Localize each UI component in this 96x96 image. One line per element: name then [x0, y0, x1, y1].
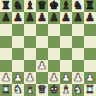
square-d5[interactable]	[36, 36, 48, 48]
square-g7[interactable]: ♟	[72, 12, 84, 24]
square-f7[interactable]: ♟	[60, 12, 72, 24]
white-rook-piece[interactable]: ♜	[84, 84, 96, 96]
black-pawn-piece[interactable]: ♟	[12, 12, 24, 24]
square-a1[interactable]: ♜	[0, 84, 12, 96]
chess-board: ♜♞♝♛♚♝♞♜♟♟♟♟♟♟♟♟♟♟♟♟♟♟♟♟♜♞♝♛♚♝♞♜	[0, 0, 96, 96]
square-h6[interactable]	[84, 24, 96, 36]
square-h5[interactable]	[84, 36, 96, 48]
square-a7[interactable]: ♟	[0, 12, 12, 24]
square-g1[interactable]: ♞	[72, 84, 84, 96]
square-c5[interactable]	[24, 36, 36, 48]
square-e1[interactable]: ♚	[48, 84, 60, 96]
white-queen-piece[interactable]: ♛	[36, 84, 48, 96]
black-pawn-piece[interactable]: ♟	[84, 12, 96, 24]
square-c6[interactable]	[24, 24, 36, 36]
square-a4[interactable]	[0, 48, 12, 60]
square-f1[interactable]: ♝	[60, 84, 72, 96]
square-b4[interactable]	[12, 48, 24, 60]
square-c4[interactable]	[24, 48, 36, 60]
white-pawn-piece[interactable]: ♟	[36, 60, 48, 72]
square-a6[interactable]	[0, 24, 12, 36]
black-pawn-piece[interactable]: ♟	[24, 12, 36, 24]
square-h1[interactable]: ♜	[84, 84, 96, 96]
square-f4[interactable]	[60, 48, 72, 60]
square-e4[interactable]	[48, 48, 60, 60]
square-b6[interactable]	[12, 24, 24, 36]
white-knight-piece[interactable]: ♞	[72, 84, 84, 96]
square-b5[interactable]	[12, 36, 24, 48]
square-f6[interactable]	[60, 24, 72, 36]
white-bishop-piece[interactable]: ♝	[24, 84, 36, 96]
square-b1[interactable]: ♞	[12, 84, 24, 96]
square-e6[interactable]	[48, 24, 60, 36]
square-g6[interactable]	[72, 24, 84, 36]
square-b7[interactable]: ♟	[12, 12, 24, 24]
white-knight-piece[interactable]: ♞	[12, 84, 24, 96]
square-g5[interactable]	[72, 36, 84, 48]
square-h7[interactable]: ♟	[84, 12, 96, 24]
black-pawn-piece[interactable]: ♟	[48, 12, 60, 24]
white-bishop-piece[interactable]: ♝	[60, 84, 72, 96]
square-d6[interactable]	[36, 24, 48, 36]
black-pawn-piece[interactable]: ♟	[72, 12, 84, 24]
square-g4[interactable]	[72, 48, 84, 60]
square-e5[interactable]	[48, 36, 60, 48]
white-king-piece[interactable]: ♚	[48, 84, 60, 96]
white-rook-piece[interactable]: ♜	[0, 84, 12, 96]
square-e7[interactable]: ♟	[48, 12, 60, 24]
square-d1[interactable]: ♛	[36, 84, 48, 96]
square-d3[interactable]: ♟	[36, 60, 48, 72]
square-c7[interactable]: ♟	[24, 12, 36, 24]
black-pawn-piece[interactable]: ♟	[60, 12, 72, 24]
square-a5[interactable]	[0, 36, 12, 48]
black-pawn-piece[interactable]: ♟	[36, 12, 48, 24]
black-pawn-piece[interactable]: ♟	[0, 12, 12, 24]
square-c1[interactable]: ♝	[24, 84, 36, 96]
square-d7[interactable]: ♟	[36, 12, 48, 24]
square-f5[interactable]	[60, 36, 72, 48]
square-h4[interactable]	[84, 48, 96, 60]
